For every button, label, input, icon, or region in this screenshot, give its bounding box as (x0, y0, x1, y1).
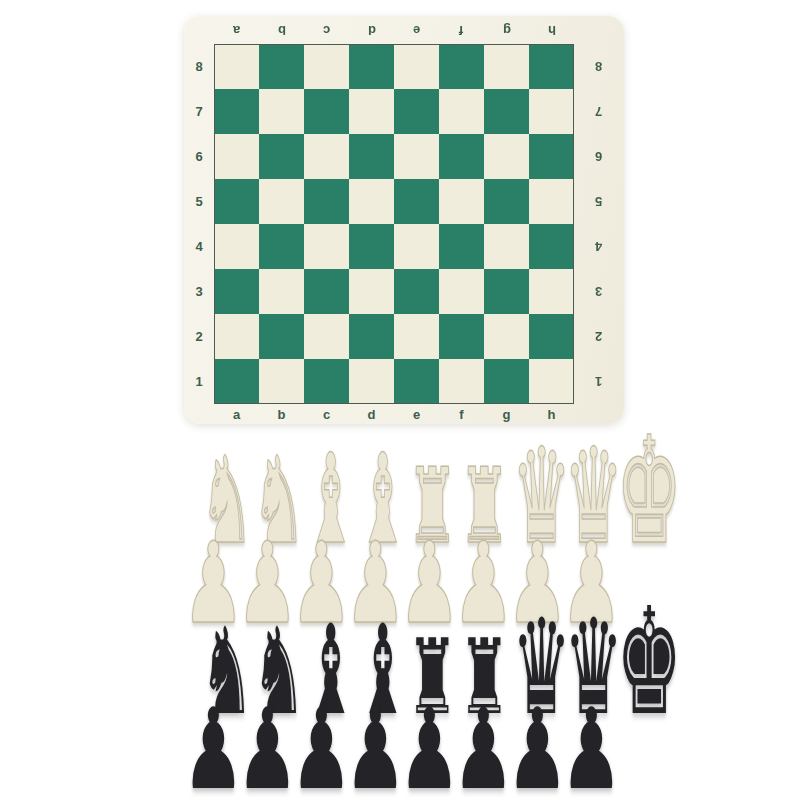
file-label-top-b: b (259, 16, 304, 44)
board-mat: abcdefgh8877665544332211abcdefgh (184, 16, 624, 424)
board-square-e5 (394, 179, 439, 224)
black-pawn: ♟ (560, 684, 593, 800)
rank-label-right-6: 6 (574, 134, 624, 179)
board-square-g4 (484, 224, 529, 269)
board-square-a2 (214, 314, 259, 359)
board-square-d5 (349, 179, 394, 224)
board-square-b5 (259, 179, 304, 224)
black-pawn: ♟ (506, 684, 539, 800)
board-square-c5 (304, 179, 349, 224)
rank-label-text: 7 (195, 105, 202, 118)
board-square-f6 (439, 134, 484, 179)
rank-label-left-3: 3 (184, 269, 214, 314)
rank-label-right-5: 5 (574, 179, 624, 224)
rank-label-text: 6 (595, 150, 602, 163)
board-square-b1 (259, 359, 304, 404)
board-square-d3 (349, 269, 394, 314)
board-square-e4 (394, 224, 439, 269)
board-square-a3 (214, 269, 259, 314)
rank-label-left-5: 5 (184, 179, 214, 224)
file-label-text: f (459, 24, 463, 37)
rank-label-right-4: 4 (574, 224, 624, 269)
board-square-c3 (304, 269, 349, 314)
board-square-a8 (214, 44, 259, 89)
rank-label-text: 8 (195, 60, 202, 73)
board-square-b6 (259, 134, 304, 179)
board-square-h8 (529, 44, 574, 89)
board-square-e1 (394, 359, 439, 404)
board-square-c7 (304, 89, 349, 134)
file-label-text: b (278, 24, 286, 37)
board-square-b8 (259, 44, 304, 89)
rank-label-text: 5 (195, 195, 202, 208)
rank-label-right-7: 7 (574, 89, 624, 134)
rank-label-left-6: 6 (184, 134, 214, 179)
board-square-f2 (439, 314, 484, 359)
file-label-text: a (233, 24, 240, 37)
mat-corner (574, 16, 624, 44)
board-square-f8 (439, 44, 484, 89)
rank-label-left-2: 2 (184, 314, 214, 359)
board-square-g3 (484, 269, 529, 314)
rank-label-text: 6 (195, 150, 202, 163)
rank-label-left-8: 8 (184, 44, 214, 89)
board-square-g7 (484, 89, 529, 134)
rank-label-text: 1 (595, 375, 602, 388)
board-square-h5 (529, 179, 574, 224)
board-square-a6 (214, 134, 259, 179)
rank-label-text: 4 (595, 240, 602, 253)
black-pawn: ♟ (452, 684, 485, 800)
board-square-g2 (484, 314, 529, 359)
board-square-h7 (529, 89, 574, 134)
board-square-d6 (349, 134, 394, 179)
rank-label-text: 2 (195, 330, 202, 343)
rank-label-text: 7 (595, 105, 602, 118)
file-label-top-f: f (439, 16, 484, 44)
board-square-a4 (214, 224, 259, 269)
rank-label-text: 8 (595, 60, 602, 73)
board-square-b4 (259, 224, 304, 269)
rank-label-left-4: 4 (184, 224, 214, 269)
board-square-h4 (529, 224, 574, 269)
board-square-c2 (304, 314, 349, 359)
board-square-g5 (484, 179, 529, 224)
board-square-b2 (259, 314, 304, 359)
board-square-f5 (439, 179, 484, 224)
board-square-f3 (439, 269, 484, 314)
rank-label-text: 5 (595, 195, 602, 208)
file-label-text: g (503, 24, 511, 37)
board-square-e8 (394, 44, 439, 89)
board-square-h1 (529, 359, 574, 404)
file-label-top-h: h (529, 16, 574, 44)
rank-label-right-8: 8 (574, 44, 624, 89)
board-square-d7 (349, 89, 394, 134)
board-square-a1 (214, 359, 259, 404)
board-square-a5 (214, 179, 259, 224)
rank-label-text: 3 (595, 285, 602, 298)
file-label-top-c: c (304, 16, 349, 44)
board-square-d4 (349, 224, 394, 269)
black-pawn: ♟ (182, 684, 215, 800)
board-square-b3 (259, 269, 304, 314)
board-square-d2 (349, 314, 394, 359)
board-square-b7 (259, 89, 304, 134)
board-square-c1 (304, 359, 349, 404)
mat-corner (184, 16, 214, 44)
board-square-e2 (394, 314, 439, 359)
board-square-e7 (394, 89, 439, 134)
black-pawn-row: ♟♟♟♟♟♟♟♟ (172, 684, 604, 800)
rank-label-right-1: 1 (574, 359, 624, 404)
board-square-h2 (529, 314, 574, 359)
board-square-a7 (214, 89, 259, 134)
board-square-d8 (349, 44, 394, 89)
rank-label-left-7: 7 (184, 89, 214, 134)
board-square-d1 (349, 359, 394, 404)
board-square-f1 (439, 359, 484, 404)
board-square-e3 (394, 269, 439, 314)
board-square-g6 (484, 134, 529, 179)
file-label-text: c (323, 24, 330, 37)
rank-label-right-3: 3 (574, 269, 624, 314)
file-label-text: e (413, 24, 420, 37)
board-square-g8 (484, 44, 529, 89)
board-square-g1 (484, 359, 529, 404)
rank-label-text: 1 (195, 375, 202, 388)
board-square-h6 (529, 134, 574, 179)
rank-label-left-1: 1 (184, 359, 214, 404)
board-square-c6 (304, 134, 349, 179)
file-label-top-g: g (484, 16, 529, 44)
file-label-top-d: d (349, 16, 394, 44)
board-square-e6 (394, 134, 439, 179)
black-pawn: ♟ (290, 684, 323, 800)
black-pawn: ♟ (344, 684, 377, 800)
board-square-f4 (439, 224, 484, 269)
black-pawn: ♟ (398, 684, 431, 800)
board-square-f7 (439, 89, 484, 134)
rank-label-text: 3 (195, 285, 202, 298)
rank-label-right-2: 2 (574, 314, 624, 359)
rank-label-text: 2 (595, 330, 602, 343)
board-square-c8 (304, 44, 349, 89)
black-pawn: ♟ (236, 684, 269, 800)
board-square-h3 (529, 269, 574, 314)
file-label-text: d (368, 24, 376, 37)
file-label-top-e: e (394, 16, 439, 44)
rank-label-text: 4 (195, 240, 202, 253)
board-square-c4 (304, 224, 349, 269)
file-label-top-a: a (214, 16, 259, 44)
file-label-text: h (548, 24, 556, 37)
